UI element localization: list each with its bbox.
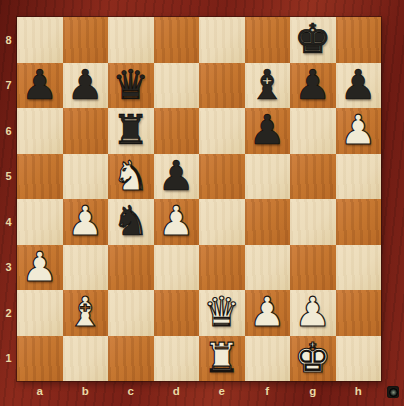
piece-black-pawn: ♟ bbox=[340, 65, 377, 106]
square-f5[interactable] bbox=[245, 154, 291, 200]
square-f4[interactable] bbox=[245, 199, 291, 245]
rank-labels: 87654321 bbox=[0, 17, 17, 381]
rank-label-4: 4 bbox=[0, 199, 17, 245]
square-a1[interactable] bbox=[17, 336, 63, 382]
piece-white-pawn: ♟ bbox=[249, 292, 286, 333]
square-f2[interactable]: ♟ bbox=[245, 290, 291, 336]
square-a2[interactable] bbox=[17, 290, 63, 336]
square-c8[interactable] bbox=[108, 17, 154, 63]
square-f7[interactable]: ♝ bbox=[245, 63, 291, 109]
piece-black-queen: ♛ bbox=[112, 65, 149, 106]
rank-label-7: 7 bbox=[0, 63, 17, 109]
square-e1[interactable]: ♜ bbox=[199, 336, 245, 382]
square-g8[interactable]: ♚ bbox=[290, 17, 336, 63]
square-h6[interactable]: ♟ bbox=[336, 108, 382, 154]
square-e2[interactable]: ♛ bbox=[199, 290, 245, 336]
square-h4[interactable] bbox=[336, 199, 382, 245]
file-label-f: f bbox=[245, 381, 291, 406]
square-e6[interactable] bbox=[199, 108, 245, 154]
piece-black-knight: ♞ bbox=[112, 201, 149, 242]
square-c7[interactable]: ♛ bbox=[108, 63, 154, 109]
square-b5[interactable] bbox=[63, 154, 109, 200]
rank-label-8: 8 bbox=[0, 17, 17, 63]
rank-label-3: 3 bbox=[0, 245, 17, 291]
square-e3[interactable] bbox=[199, 245, 245, 291]
square-f6[interactable]: ♟ bbox=[245, 108, 291, 154]
piece-white-pawn: ♟ bbox=[21, 247, 58, 288]
square-g1[interactable]: ♚ bbox=[290, 336, 336, 382]
square-c5[interactable]: ♞ bbox=[108, 154, 154, 200]
square-d1[interactable] bbox=[154, 336, 200, 382]
piece-white-rook: ♜ bbox=[203, 338, 240, 379]
square-f3[interactable] bbox=[245, 245, 291, 291]
square-a3[interactable]: ♟ bbox=[17, 245, 63, 291]
square-d2[interactable] bbox=[154, 290, 200, 336]
file-label-d: d bbox=[154, 381, 200, 406]
square-a4[interactable] bbox=[17, 199, 63, 245]
square-h7[interactable]: ♟ bbox=[336, 63, 382, 109]
file-label-e: e bbox=[199, 381, 245, 406]
square-f1[interactable] bbox=[245, 336, 291, 382]
square-e8[interactable] bbox=[199, 17, 245, 63]
square-d5[interactable]: ♟ bbox=[154, 154, 200, 200]
square-e7[interactable] bbox=[199, 63, 245, 109]
rank-label-5: 5 bbox=[0, 154, 17, 200]
square-g5[interactable] bbox=[290, 154, 336, 200]
piece-black-pawn: ♟ bbox=[249, 110, 286, 151]
square-g3[interactable] bbox=[290, 245, 336, 291]
square-b2[interactable]: ♝ bbox=[63, 290, 109, 336]
piece-white-pawn: ♟ bbox=[294, 292, 331, 333]
square-h2[interactable] bbox=[336, 290, 382, 336]
square-c2[interactable] bbox=[108, 290, 154, 336]
square-b3[interactable] bbox=[63, 245, 109, 291]
file-label-a: a bbox=[17, 381, 63, 406]
square-c4[interactable]: ♞ bbox=[108, 199, 154, 245]
rank-label-6: 6 bbox=[0, 108, 17, 154]
rank-label-1: 1 bbox=[0, 336, 17, 382]
file-labels: abcdefgh bbox=[17, 381, 381, 406]
piece-white-knight: ♞ bbox=[112, 156, 149, 197]
square-b1[interactable] bbox=[63, 336, 109, 382]
dot-icon bbox=[389, 388, 398, 397]
square-a8[interactable] bbox=[17, 17, 63, 63]
square-d3[interactable] bbox=[154, 245, 200, 291]
square-h3[interactable] bbox=[336, 245, 382, 291]
square-d7[interactable] bbox=[154, 63, 200, 109]
square-g4[interactable] bbox=[290, 199, 336, 245]
square-a7[interactable]: ♟ bbox=[17, 63, 63, 109]
chess-board: ♚♟♟♛♝♟♟♜♟♟♞♟♟♞♟♟♝♛♟♟♜♚ bbox=[17, 17, 381, 381]
square-c1[interactable] bbox=[108, 336, 154, 382]
square-b8[interactable] bbox=[63, 17, 109, 63]
file-label-b: b bbox=[63, 381, 109, 406]
piece-white-pawn: ♟ bbox=[67, 201, 104, 242]
square-a5[interactable] bbox=[17, 154, 63, 200]
square-b7[interactable]: ♟ bbox=[63, 63, 109, 109]
square-d8[interactable] bbox=[154, 17, 200, 63]
rank-label-2: 2 bbox=[0, 290, 17, 336]
piece-white-pawn: ♟ bbox=[158, 201, 195, 242]
file-label-g: g bbox=[290, 381, 336, 406]
piece-white-pawn: ♟ bbox=[340, 110, 377, 151]
piece-white-king: ♚ bbox=[294, 338, 331, 379]
piece-black-pawn: ♟ bbox=[21, 65, 58, 106]
file-label-c: c bbox=[108, 381, 154, 406]
file-label-h: h bbox=[336, 381, 382, 406]
square-f8[interactable] bbox=[245, 17, 291, 63]
square-g6[interactable] bbox=[290, 108, 336, 154]
piece-black-pawn: ♟ bbox=[294, 65, 331, 106]
square-e5[interactable] bbox=[199, 154, 245, 200]
piece-black-bishop: ♝ bbox=[249, 65, 286, 106]
side-to-move-indicator[interactable] bbox=[387, 386, 399, 398]
piece-white-queen: ♛ bbox=[203, 292, 240, 333]
square-h1[interactable] bbox=[336, 336, 382, 382]
square-g2[interactable]: ♟ bbox=[290, 290, 336, 336]
piece-black-rook: ♜ bbox=[112, 110, 149, 151]
piece-black-king: ♚ bbox=[294, 19, 331, 60]
square-g7[interactable]: ♟ bbox=[290, 63, 336, 109]
square-c6[interactable]: ♜ bbox=[108, 108, 154, 154]
piece-white-bishop: ♝ bbox=[67, 292, 104, 333]
square-a6[interactable] bbox=[17, 108, 63, 154]
piece-black-pawn: ♟ bbox=[67, 65, 104, 106]
piece-black-pawn: ♟ bbox=[158, 156, 195, 197]
square-e4[interactable] bbox=[199, 199, 245, 245]
board-background: 87654321 ♚♟♟♛♝♟♟♜♟♟♞♟♟♞♟♟♝♛♟♟♜♚ abcdefgh bbox=[0, 0, 404, 406]
square-b6[interactable] bbox=[63, 108, 109, 154]
square-h5[interactable] bbox=[336, 154, 382, 200]
square-d4[interactable]: ♟ bbox=[154, 199, 200, 245]
square-c3[interactable] bbox=[108, 245, 154, 291]
square-h8[interactable] bbox=[336, 17, 382, 63]
square-d6[interactable] bbox=[154, 108, 200, 154]
square-b4[interactable]: ♟ bbox=[63, 199, 109, 245]
